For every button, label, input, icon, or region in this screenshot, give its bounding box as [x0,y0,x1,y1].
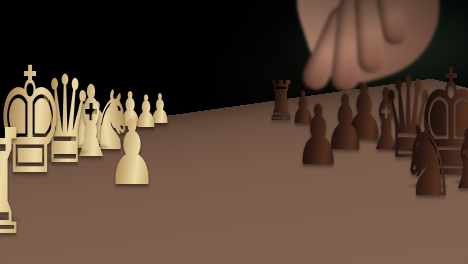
chess-scene: ♜♚♛♝♞♟♟♟♟♟♟♜♟♟♟♟♝♛♞♚♝ [0,0,468,264]
hand-moving-piece [0,0,468,264]
